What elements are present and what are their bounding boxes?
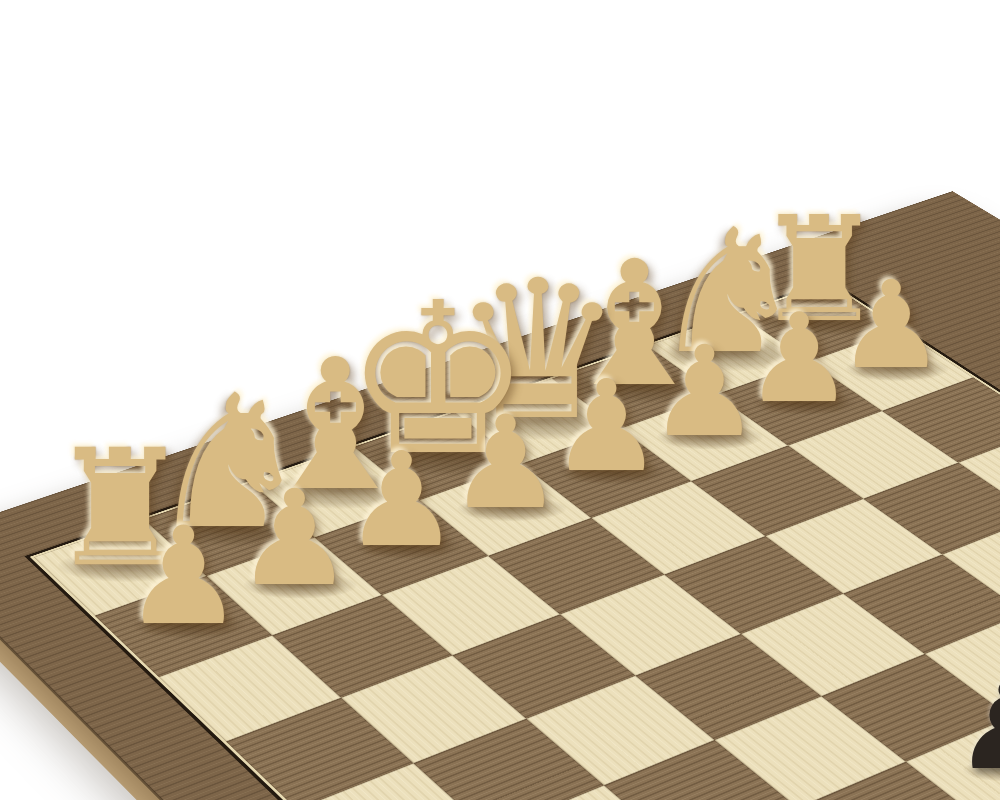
black-pawn-glyph: ♟ (954, 667, 1000, 787)
white-pawn-glyph: ♟ (550, 364, 663, 490)
white-pawn-glyph: ♟ (123, 509, 244, 644)
white-pawn-glyph: ♟ (448, 399, 563, 527)
white-pawn-glyph: ♟ (744, 297, 854, 420)
white-pawn-glyph: ♟ (235, 472, 353, 604)
white-pawn-glyph: ♟ (343, 435, 460, 565)
chess-set-photo: ♜♞♟♝♟♛♟♚♟♝♟♞♟♜♟♟♟ (0, 0, 1000, 800)
white-pawn-glyph: ♟ (648, 329, 760, 454)
